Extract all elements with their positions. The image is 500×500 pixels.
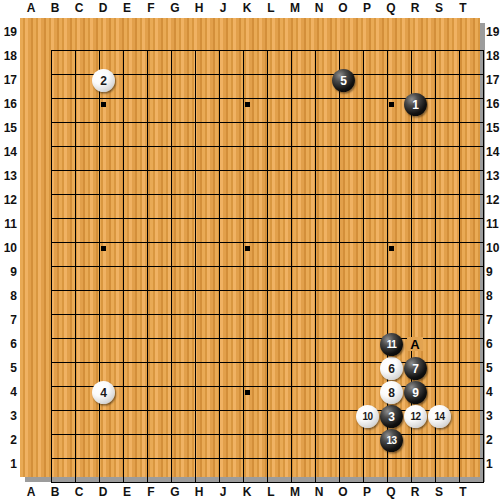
row-label-left: 2 <box>1 433 17 447</box>
row-label-right: 4 <box>486 385 500 399</box>
row-label-right: 7 <box>486 313 500 327</box>
column-label-bottom: F <box>139 485 163 499</box>
row-label-left: 3 <box>1 409 17 423</box>
column-label-bottom: G <box>163 485 187 499</box>
column-label-bottom: E <box>115 485 139 499</box>
row-label-left: 15 <box>1 121 17 135</box>
column-label-bottom: T <box>451 485 475 499</box>
column-label-bottom: O <box>331 485 355 499</box>
row-label-right: 2 <box>486 433 500 447</box>
row-label-right: 18 <box>486 49 500 63</box>
column-label-bottom: Q <box>379 485 403 499</box>
stone-black-1: 1 <box>404 93 427 116</box>
stone-black-9: 9 <box>404 381 427 404</box>
column-label-bottom: P <box>355 485 379 499</box>
star-point <box>245 390 250 395</box>
row-label-right: 17 <box>486 73 500 87</box>
stone-black-11: 11 <box>380 333 403 356</box>
stone-white-8: 8 <box>380 381 403 404</box>
column-label-top: Q <box>379 1 403 15</box>
row-label-right: 12 <box>486 193 500 207</box>
column-label-bottom: R <box>403 485 427 499</box>
row-label-right: 15 <box>486 121 500 135</box>
row-label-right: 11 <box>486 217 500 231</box>
column-label-bottom: N <box>307 485 331 499</box>
column-label-top: E <box>115 1 139 15</box>
row-label-left: 5 <box>1 361 17 375</box>
row-label-left: 17 <box>1 73 17 87</box>
column-label-top: T <box>451 1 475 15</box>
column-label-bottom: A <box>19 485 43 499</box>
row-label-right: 1 <box>486 457 500 471</box>
row-label-left: 9 <box>1 265 17 279</box>
row-label-left: 6 <box>1 337 17 351</box>
stone-white-4: 4 <box>92 381 115 404</box>
stone-black-5: 5 <box>332 69 355 92</box>
row-label-left: 7 <box>1 313 17 327</box>
column-label-bottom: C <box>67 485 91 499</box>
column-label-top: F <box>139 1 163 15</box>
row-label-right: 10 <box>486 241 500 255</box>
column-label-bottom: J <box>211 485 235 499</box>
stone-white-14: 14 <box>428 405 451 428</box>
star-point <box>101 246 106 251</box>
row-label-left: 4 <box>1 385 17 399</box>
star-point <box>245 246 250 251</box>
row-label-left: 19 <box>1 25 17 39</box>
row-label-right: 6 <box>486 337 500 351</box>
column-label-bottom: L <box>259 485 283 499</box>
stone-black-3: 3 <box>380 405 403 428</box>
column-label-bottom: D <box>91 485 115 499</box>
column-label-bottom: M <box>283 485 307 499</box>
column-label-top: H <box>187 1 211 15</box>
stone-black-7: 7 <box>404 357 427 380</box>
row-label-right: 14 <box>486 145 500 159</box>
row-label-left: 12 <box>1 193 17 207</box>
column-label-top: C <box>67 1 91 15</box>
column-label-top: O <box>331 1 355 15</box>
column-label-top: S <box>427 1 451 15</box>
row-label-right: 19 <box>486 25 500 39</box>
row-label-right: 3 <box>486 409 500 423</box>
row-label-left: 10 <box>1 241 17 255</box>
column-label-top: J <box>211 1 235 15</box>
column-label-bottom: B <box>43 485 67 499</box>
row-label-left: 13 <box>1 169 17 183</box>
row-label-left: 11 <box>1 217 17 231</box>
column-label-bottom: H <box>187 485 211 499</box>
column-label-top: R <box>403 1 427 15</box>
column-label-top: L <box>259 1 283 15</box>
row-label-right: 5 <box>486 361 500 375</box>
stone-white-12: 12 <box>404 405 427 428</box>
column-label-top: G <box>163 1 187 15</box>
row-label-left: 1 <box>1 457 17 471</box>
row-label-left: 18 <box>1 49 17 63</box>
column-label-top: N <box>307 1 331 15</box>
star-point <box>101 102 106 107</box>
column-label-top: M <box>283 1 307 15</box>
column-label-bottom: S <box>427 485 451 499</box>
star-point <box>245 102 250 107</box>
row-label-left: 16 <box>1 97 17 111</box>
stone-black-13: 13 <box>380 429 403 452</box>
go-diagram: AABBCCDDEEFFGGHHJJKKLLMMNNOOPPQQRRSSTT19… <box>0 0 500 500</box>
row-label-right: 16 <box>486 97 500 111</box>
star-point <box>389 246 394 251</box>
row-label-right: 8 <box>486 289 500 303</box>
stone-white-2: 2 <box>92 69 115 92</box>
column-label-top: A <box>19 1 43 15</box>
column-label-top: B <box>43 1 67 15</box>
star-point <box>389 102 394 107</box>
point-marker-A: A <box>407 337 423 351</box>
column-label-bottom: K <box>235 485 259 499</box>
row-label-right: 9 <box>486 265 500 279</box>
stone-white-6: 6 <box>380 357 403 380</box>
row-label-right: 13 <box>486 169 500 183</box>
row-label-left: 14 <box>1 145 17 159</box>
row-label-left: 8 <box>1 289 17 303</box>
stone-white-10: 10 <box>356 405 379 428</box>
column-label-top: P <box>355 1 379 15</box>
column-label-top: D <box>91 1 115 15</box>
column-label-top: K <box>235 1 259 15</box>
